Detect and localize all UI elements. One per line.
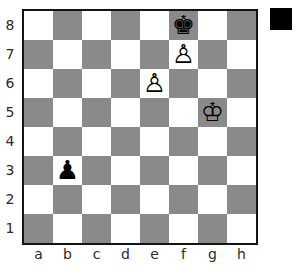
square-e5 [140,98,169,127]
square-a6 [24,69,53,98]
black-king-icon: ♚ [172,11,195,40]
square-a1 [24,214,53,243]
square-d7 [111,40,140,69]
file-label-b: b [53,245,82,265]
square-f8: ♚ [169,11,198,40]
square-b8 [53,11,82,40]
square-h3 [227,156,256,185]
square-h5 [227,98,256,127]
square-b7 [53,40,82,69]
square-a3 [24,156,53,185]
square-a2 [24,185,53,214]
square-e6: ♙ [140,69,169,98]
square-d2 [111,185,140,214]
black-pawn-icon: ♟ [56,156,79,185]
square-e3 [140,156,169,185]
rank-label-8: 8 [0,11,20,40]
square-d5 [111,98,140,127]
square-a7 [24,40,53,69]
square-h6 [227,69,256,98]
square-e2 [140,185,169,214]
square-g5: ♔ [198,98,227,127]
square-e1 [140,214,169,243]
square-f3 [169,156,198,185]
white-pawn-icon: ♙ [143,69,166,98]
square-h7 [227,40,256,69]
square-g8 [198,11,227,40]
rank-label-3: 3 [0,156,20,185]
square-h4 [227,127,256,156]
square-f4 [169,127,198,156]
square-e8 [140,11,169,40]
square-d1 [111,214,140,243]
square-c3 [82,156,111,185]
square-c1 [82,214,111,243]
black-to-move-indicator [270,8,292,30]
square-a8 [24,11,53,40]
square-b1 [53,214,82,243]
square-h1 [227,214,256,243]
square-b5 [53,98,82,127]
square-d6 [111,69,140,98]
file-label-c: c [82,245,111,265]
square-g4 [198,127,227,156]
square-c6 [82,69,111,98]
file-label-h: h [227,245,256,265]
rank-label-7: 7 [0,40,20,69]
square-e7 [140,40,169,69]
square-c2 [82,185,111,214]
file-label-d: d [111,245,140,265]
square-f1 [169,214,198,243]
square-f7: ♙ [169,40,198,69]
square-g7 [198,40,227,69]
rank-label-2: 2 [0,185,20,214]
square-d4 [111,127,140,156]
square-g1 [198,214,227,243]
file-label-e: e [140,245,169,265]
square-b3: ♟ [53,156,82,185]
rank-label-5: 5 [0,98,20,127]
square-h8 [227,11,256,40]
square-b2 [53,185,82,214]
file-labels: abcdefgh [24,245,256,265]
white-pawn-icon: ♙ [172,40,195,69]
square-d3 [111,156,140,185]
square-c5 [82,98,111,127]
square-g6 [198,69,227,98]
square-b4 [53,127,82,156]
square-a5 [24,98,53,127]
rank-label-1: 1 [0,214,20,243]
file-label-f: f [169,245,198,265]
square-h2 [227,185,256,214]
square-d8 [111,11,140,40]
square-g2 [198,185,227,214]
file-label-g: g [198,245,227,265]
rank-label-6: 6 [0,69,20,98]
square-f6 [169,69,198,98]
rank-labels: 87654321 [0,11,20,243]
square-a4 [24,127,53,156]
square-g3 [198,156,227,185]
chess-diagram: 87654321 ♚♙♙♔♟ abcdefgh [0,0,300,265]
chess-board: ♚♙♙♔♟ [22,9,258,245]
file-label-a: a [24,245,53,265]
rank-label-4: 4 [0,127,20,156]
square-c8 [82,11,111,40]
square-b6 [53,69,82,98]
square-e4 [140,127,169,156]
square-c4 [82,127,111,156]
white-king-icon: ♔ [201,98,224,127]
square-f5 [169,98,198,127]
square-f2 [169,185,198,214]
square-c7 [82,40,111,69]
